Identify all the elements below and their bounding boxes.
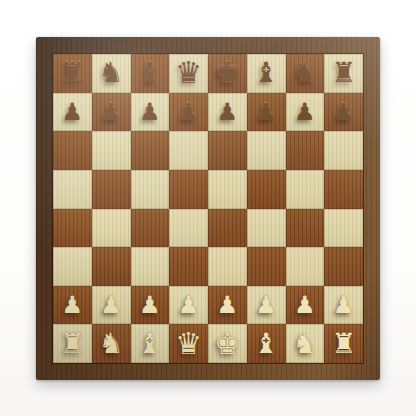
square-b3[interactable] xyxy=(92,247,131,286)
square-a5[interactable] xyxy=(53,170,92,209)
square-e2[interactable]: ♟ xyxy=(208,286,247,325)
white-pawn: ♟ xyxy=(217,293,239,317)
square-b2[interactable]: ♟ xyxy=(92,286,131,325)
square-f8[interactable]: ♝ xyxy=(247,54,286,93)
black-pawn: ♟ xyxy=(217,100,239,124)
square-h1[interactable]: ♜ xyxy=(324,324,363,363)
square-h5[interactable] xyxy=(324,170,363,209)
square-d8[interactable]: ♛ xyxy=(169,54,208,93)
square-h6[interactable] xyxy=(324,131,363,170)
square-e8[interactable]: ♚ xyxy=(208,54,247,93)
chess-board-frame: ♜♞♝♛♚♝♞♜♟♟♟♟♟♟♟♟♟♟♟♟♟♟♟♟♜♞♝♛♚♝♞♜ xyxy=(36,37,380,380)
white-rook: ♜ xyxy=(331,330,356,358)
square-c7[interactable]: ♟ xyxy=(131,93,170,132)
square-f5[interactable] xyxy=(247,170,286,209)
square-d3[interactable] xyxy=(169,247,208,286)
white-rook: ♜ xyxy=(60,330,85,358)
square-a6[interactable] xyxy=(53,131,92,170)
square-a7[interactable]: ♟ xyxy=(53,93,92,132)
black-rook: ♜ xyxy=(331,59,356,87)
square-a1[interactable]: ♜ xyxy=(53,324,92,363)
white-knight: ♞ xyxy=(292,330,317,358)
square-c8[interactable]: ♝ xyxy=(131,54,170,93)
square-h2[interactable]: ♟ xyxy=(324,286,363,325)
black-knight: ♞ xyxy=(99,59,124,87)
black-bishop: ♝ xyxy=(254,59,279,87)
white-pawn: ♟ xyxy=(62,293,84,317)
square-g6[interactable] xyxy=(286,131,325,170)
white-knight: ♞ xyxy=(99,330,124,358)
square-d1[interactable]: ♛ xyxy=(169,324,208,363)
square-g1[interactable]: ♞ xyxy=(286,324,325,363)
square-h3[interactable] xyxy=(324,247,363,286)
square-b6[interactable] xyxy=(92,131,131,170)
square-g3[interactable] xyxy=(286,247,325,286)
square-c4[interactable] xyxy=(131,209,170,248)
square-d4[interactable] xyxy=(169,209,208,248)
white-pawn: ♟ xyxy=(294,293,316,317)
square-h8[interactable]: ♜ xyxy=(324,54,363,93)
square-d5[interactable] xyxy=(169,170,208,209)
square-f1[interactable]: ♝ xyxy=(247,324,286,363)
square-c5[interactable] xyxy=(131,170,170,209)
square-a2[interactable]: ♟ xyxy=(53,286,92,325)
square-g5[interactable] xyxy=(286,170,325,209)
square-f7[interactable]: ♟ xyxy=(247,93,286,132)
square-b1[interactable]: ♞ xyxy=(92,324,131,363)
black-pawn: ♟ xyxy=(294,100,316,124)
square-c3[interactable] xyxy=(131,247,170,286)
square-e1[interactable]: ♚ xyxy=(208,324,247,363)
square-a4[interactable] xyxy=(53,209,92,248)
black-king: ♚ xyxy=(214,58,241,88)
square-a3[interactable] xyxy=(53,247,92,286)
square-h4[interactable] xyxy=(324,209,363,248)
square-f6[interactable] xyxy=(247,131,286,170)
black-queen: ♛ xyxy=(175,58,202,88)
white-bishop: ♝ xyxy=(254,330,279,358)
square-f4[interactable] xyxy=(247,209,286,248)
black-pawn: ♟ xyxy=(139,100,161,124)
white-bishop: ♝ xyxy=(137,330,162,358)
white-pawn: ♟ xyxy=(333,293,355,317)
square-g7[interactable]: ♟ xyxy=(286,93,325,132)
square-f2[interactable]: ♟ xyxy=(247,286,286,325)
black-pawn: ♟ xyxy=(62,100,84,124)
square-a8[interactable]: ♜ xyxy=(53,54,92,93)
square-c1[interactable]: ♝ xyxy=(131,324,170,363)
square-b8[interactable]: ♞ xyxy=(92,54,131,93)
black-pawn: ♟ xyxy=(100,100,122,124)
square-d7[interactable]: ♟ xyxy=(169,93,208,132)
square-b5[interactable] xyxy=(92,170,131,209)
white-pawn: ♟ xyxy=(255,293,277,317)
square-e7[interactable]: ♟ xyxy=(208,93,247,132)
square-c2[interactable]: ♟ xyxy=(131,286,170,325)
photo-background: ♜♞♝♛♚♝♞♜♟♟♟♟♟♟♟♟♟♟♟♟♟♟♟♟♜♞♝♛♚♝♞♜ xyxy=(0,0,416,416)
white-pawn: ♟ xyxy=(178,293,200,317)
square-h7[interactable]: ♟ xyxy=(324,93,363,132)
black-rook: ♜ xyxy=(60,59,85,87)
black-knight: ♞ xyxy=(292,59,317,87)
square-f3[interactable] xyxy=(247,247,286,286)
square-b7[interactable]: ♟ xyxy=(92,93,131,132)
square-g2[interactable]: ♟ xyxy=(286,286,325,325)
chess-board: ♜♞♝♛♚♝♞♜♟♟♟♟♟♟♟♟♟♟♟♟♟♟♟♟♜♞♝♛♚♝♞♜ xyxy=(53,54,363,363)
white-queen: ♛ xyxy=(175,329,202,359)
black-pawn: ♟ xyxy=(333,100,355,124)
black-bishop: ♝ xyxy=(137,59,162,87)
square-e4[interactable] xyxy=(208,209,247,248)
square-e3[interactable] xyxy=(208,247,247,286)
square-b4[interactable] xyxy=(92,209,131,248)
square-d2[interactable]: ♟ xyxy=(169,286,208,325)
black-pawn: ♟ xyxy=(178,100,200,124)
square-e5[interactable] xyxy=(208,170,247,209)
square-e6[interactable] xyxy=(208,131,247,170)
white-pawn: ♟ xyxy=(100,293,122,317)
white-king: ♚ xyxy=(214,329,241,359)
square-d6[interactable] xyxy=(169,131,208,170)
square-g4[interactable] xyxy=(286,209,325,248)
white-pawn: ♟ xyxy=(139,293,161,317)
square-g8[interactable]: ♞ xyxy=(286,54,325,93)
square-c6[interactable] xyxy=(131,131,170,170)
black-pawn: ♟ xyxy=(255,100,277,124)
